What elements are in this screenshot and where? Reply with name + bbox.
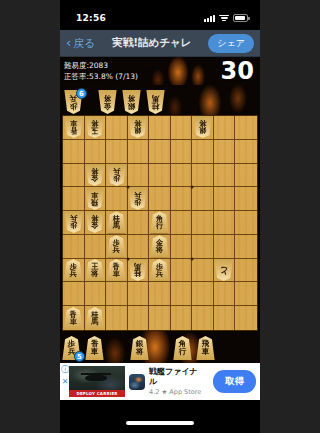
square-5-6[interactable]: 金将 xyxy=(149,235,171,259)
square-9-1[interactable]: 香車 xyxy=(63,116,85,140)
square-7-1[interactable] xyxy=(106,116,128,140)
count-badge: 5 xyxy=(74,351,85,362)
square-2-4[interactable] xyxy=(214,187,236,211)
wifi-icon xyxy=(219,15,229,22)
hand-sente-角[interactable]: 角行 xyxy=(173,336,192,360)
piece-桂-sente[interactable]: 桂馬 xyxy=(107,211,127,233)
hand-sente-香[interactable]: 香車 xyxy=(85,336,104,360)
hand-sente-銀[interactable]: 銀将 xyxy=(130,336,149,360)
square-1-4[interactable] xyxy=(235,187,257,211)
piece-銀-gote[interactable]: 銀将 xyxy=(122,90,141,114)
square-7-2[interactable] xyxy=(106,140,128,164)
square-1-7[interactable] xyxy=(235,259,257,283)
square-8-4[interactable]: 飛車 xyxy=(85,187,107,211)
shogi-board: 香車玉将銀将銀将金将歩兵飛車歩兵歩兵金将桂馬角行歩兵金将歩兵王将香車桂馬歩兵と香… xyxy=(62,115,258,331)
square-1-6[interactable] xyxy=(235,235,257,259)
piece-銀-gote[interactable]: 銀将 xyxy=(128,116,148,138)
square-3-3[interactable] xyxy=(192,164,214,188)
square-5-2[interactable] xyxy=(149,140,171,164)
square-5-4[interactable] xyxy=(149,187,171,211)
piece-角-sente[interactable]: 角行 xyxy=(150,211,170,233)
square-8-2[interactable] xyxy=(85,140,107,164)
sente-hand-tray: 歩兵5香車銀将角行飛車 xyxy=(60,331,260,363)
piece-歩-gote[interactable]: 歩兵 xyxy=(64,211,84,233)
square-1-9[interactable] xyxy=(235,306,257,330)
piece-桂-gote[interactable]: 桂馬 xyxy=(128,259,148,281)
square-7-9[interactable] xyxy=(106,306,128,330)
ad-app-name: 戦艦ファイナル xyxy=(149,367,205,386)
hoshi-dot xyxy=(126,257,129,260)
square-4-6[interactable] xyxy=(171,235,193,259)
square-4-1[interactable] xyxy=(171,116,193,140)
page-title: 実戦!詰めチャレ xyxy=(112,36,191,50)
helicopter-graphic xyxy=(85,375,107,381)
ad-banner: ⓘ ✕ DEPLOY CARRIER AIRCRAFT 戦艦ファイナル 4.2 … xyxy=(60,363,260,400)
square-8-5[interactable]: 金将 xyxy=(85,211,107,235)
phone-screen: 12:56 ‹ 戻る 実戦!詰めチャレ シェア 難易度:2083 正答率:53.… xyxy=(60,0,260,433)
square-3-6[interactable] xyxy=(192,235,214,259)
square-9-2[interactable] xyxy=(63,140,85,164)
hand-gote-桂[interactable]: 桂馬 xyxy=(146,90,165,114)
piece-香-gote[interactable]: 香車 xyxy=(64,116,84,138)
square-4-7[interactable] xyxy=(171,259,193,283)
square-6-5[interactable] xyxy=(128,211,150,235)
square-8-8[interactable] xyxy=(85,282,107,306)
square-6-7[interactable]: 桂馬 xyxy=(128,259,150,283)
square-3-5[interactable] xyxy=(192,211,214,235)
piece-歩-gote[interactable]: 歩兵 xyxy=(107,164,127,186)
share-button[interactable]: シェア xyxy=(208,34,254,53)
piece-歩-sente[interactable]: 歩兵 xyxy=(107,235,127,257)
square-8-1[interactable]: 玉将 xyxy=(85,116,107,140)
square-3-8[interactable] xyxy=(192,282,214,306)
square-9-7[interactable]: 歩兵 xyxy=(63,259,85,283)
square-5-7[interactable]: 歩兵 xyxy=(149,259,171,283)
square-7-7[interactable]: 香車 xyxy=(106,259,128,283)
square-6-9[interactable] xyxy=(128,306,150,330)
square-4-2[interactable] xyxy=(171,140,193,164)
piece-角-sente[interactable]: 角行 xyxy=(173,336,192,360)
hand-sente-歩[interactable]: 歩兵5 xyxy=(62,336,81,360)
battery-icon xyxy=(233,14,248,22)
square-5-3[interactable] xyxy=(149,164,171,188)
piece-金-gote[interactable]: 金将 xyxy=(85,211,105,233)
square-9-9[interactable]: 香車 xyxy=(63,306,85,330)
square-3-7[interactable] xyxy=(192,259,214,283)
hand-gote-歩[interactable]: 歩兵6 xyxy=(64,90,83,114)
square-2-3[interactable] xyxy=(214,164,236,188)
square-8-6[interactable] xyxy=(85,235,107,259)
piece-銀-gote[interactable]: 銀将 xyxy=(193,116,213,138)
piece-歩-sente[interactable]: 歩兵 xyxy=(64,259,84,281)
square-5-9[interactable] xyxy=(149,306,171,330)
square-6-3[interactable] xyxy=(128,164,150,188)
piece-香-sente[interactable]: 香車 xyxy=(85,336,104,360)
square-7-4[interactable] xyxy=(106,187,128,211)
ad-info-icon[interactable]: ⓘ xyxy=(61,366,69,374)
square-3-9[interactable] xyxy=(192,306,214,330)
piece-玉-gote[interactable]: 玉将 xyxy=(85,116,105,138)
accuracy-label: 正答率:53.8% (7/13) xyxy=(64,72,138,81)
puzzle-info-bar: 難易度:2083 正答率:53.8% (7/13) 30 xyxy=(60,57,260,85)
square-5-8[interactable] xyxy=(149,282,171,306)
ad-image-caption: DEPLOY CARRIER AIRCRAFT xyxy=(69,390,125,397)
hoshi-dot xyxy=(126,186,129,189)
status-bar: 12:56 xyxy=(60,0,260,30)
square-8-3[interactable]: 金将 xyxy=(85,164,107,188)
piece-銀-sente[interactable]: 銀将 xyxy=(130,336,149,360)
square-2-1[interactable] xyxy=(214,116,236,140)
piece-歩-gote[interactable]: 歩兵 xyxy=(128,188,148,210)
hoshi-dot xyxy=(191,257,194,260)
square-3-4[interactable] xyxy=(192,187,214,211)
square-9-4[interactable] xyxy=(63,187,85,211)
square-5-5[interactable]: 角行 xyxy=(149,211,171,235)
piece-金-sente[interactable]: 金将 xyxy=(150,235,170,257)
square-6-2[interactable] xyxy=(128,140,150,164)
square-9-8[interactable] xyxy=(63,282,85,306)
square-2-7[interactable]: と xyxy=(214,259,236,283)
piece-と-gote[interactable]: と xyxy=(214,259,234,281)
hoshi-dot xyxy=(191,186,194,189)
square-1-8[interactable] xyxy=(235,282,257,306)
piece-金-gote[interactable]: 金将 xyxy=(85,164,105,186)
hand-gote-金[interactable]: 金将 xyxy=(98,90,117,114)
square-1-3[interactable] xyxy=(235,164,257,188)
piece-桂-sente[interactable]: 桂馬 xyxy=(85,307,105,329)
gote-hand-tray: 歩兵6金将銀将桂馬 xyxy=(60,85,260,115)
star-icon: ★ xyxy=(161,388,167,396)
count-badge: 6 xyxy=(76,88,87,99)
ad-get-button[interactable]: 取得 xyxy=(213,370,256,393)
piece-香-sente[interactable]: 香車 xyxy=(64,307,84,329)
bottom-strip xyxy=(60,400,260,433)
countdown-timer: 30 xyxy=(221,59,254,83)
square-4-5[interactable] xyxy=(171,211,193,235)
ad-image[interactable]: DEPLOY CARRIER AIRCRAFT xyxy=(69,366,125,397)
piece-金-gote[interactable]: 金将 xyxy=(98,90,117,114)
square-5-1[interactable] xyxy=(149,116,171,140)
square-6-6[interactable] xyxy=(128,235,150,259)
square-7-6[interactable]: 歩兵 xyxy=(106,235,128,259)
square-7-5[interactable]: 桂馬 xyxy=(106,211,128,235)
hand-sente-飛[interactable]: 飛車 xyxy=(196,336,215,360)
back-button[interactable]: ‹ 戻る xyxy=(66,36,95,51)
square-2-9[interactable] xyxy=(214,306,236,330)
square-2-5[interactable] xyxy=(214,211,236,235)
ad-close-icon[interactable]: ✕ xyxy=(62,378,69,386)
square-9-3[interactable] xyxy=(63,164,85,188)
piece-飛-sente[interactable]: 飛車 xyxy=(196,336,215,360)
square-4-3[interactable] xyxy=(171,164,193,188)
square-2-2[interactable] xyxy=(214,140,236,164)
signal-icon xyxy=(204,14,215,22)
back-chevron-icon: ‹ xyxy=(66,36,71,49)
square-2-8[interactable] xyxy=(214,282,236,306)
square-4-9[interactable] xyxy=(171,306,193,330)
square-9-5[interactable]: 歩兵 xyxy=(63,211,85,235)
piece-飛-gote[interactable]: 飛車 xyxy=(85,188,105,210)
piece-香-sente[interactable]: 香車 xyxy=(107,259,127,281)
square-6-1[interactable]: 銀将 xyxy=(128,116,150,140)
square-1-1[interactable] xyxy=(235,116,257,140)
home-indicator[interactable] xyxy=(126,421,194,425)
square-3-1[interactable]: 銀将 xyxy=(192,116,214,140)
square-2-6[interactable] xyxy=(214,235,236,259)
square-4-4[interactable] xyxy=(171,187,193,211)
square-7-3[interactable]: 歩兵 xyxy=(106,164,128,188)
square-6-8[interactable] xyxy=(128,282,150,306)
square-8-7[interactable]: 王将 xyxy=(85,259,107,283)
nav-bar: ‹ 戻る 実戦!詰めチャレ シェア xyxy=(60,30,260,57)
piece-王-sente[interactable]: 王将 xyxy=(85,259,105,281)
difficulty-label: 難易度:2083 xyxy=(64,61,138,70)
ad-rating: 4.2 ★ App Store xyxy=(149,388,205,396)
square-9-6[interactable] xyxy=(63,235,85,259)
square-8-9[interactable]: 桂馬 xyxy=(85,306,107,330)
hand-gote-銀[interactable]: 銀将 xyxy=(122,90,141,114)
square-1-2[interactable] xyxy=(235,140,257,164)
piece-歩-sente[interactable]: 歩兵 xyxy=(150,259,170,281)
back-label: 戻る xyxy=(73,36,95,51)
square-3-2[interactable] xyxy=(192,140,214,164)
piece-桂-gote[interactable]: 桂馬 xyxy=(146,90,165,114)
square-4-8[interactable] xyxy=(171,282,193,306)
square-6-4[interactable]: 歩兵 xyxy=(128,187,150,211)
square-1-5[interactable] xyxy=(235,211,257,235)
clock: 12:56 xyxy=(76,13,106,23)
app-icon[interactable] xyxy=(129,374,145,390)
square-7-8[interactable] xyxy=(106,282,128,306)
